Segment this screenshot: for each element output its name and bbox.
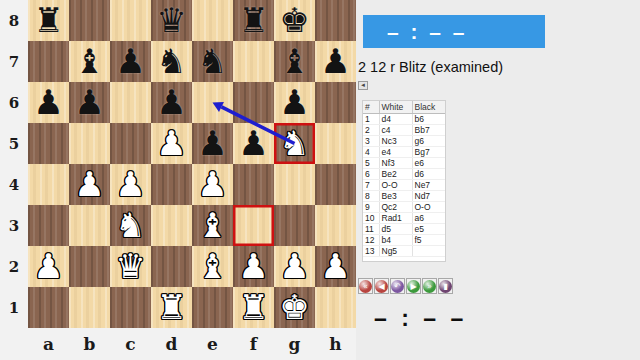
- move-number: 11: [363, 224, 379, 235]
- white-knight: ♞: [274, 123, 315, 164]
- rank-label-4: 4: [0, 164, 28, 205]
- square-h8[interactable]: [315, 0, 356, 41]
- move-cell[interactable]: O-O: [379, 180, 412, 191]
- square-b8[interactable]: [69, 0, 110, 41]
- move-row: 2c4Bb7: [363, 125, 445, 136]
- rank-label-3: 3: [0, 205, 28, 246]
- square-f6[interactable]: [233, 82, 274, 123]
- white-pawn: ♟: [69, 164, 110, 205]
- move-cell[interactable]: Nf3: [379, 158, 412, 169]
- square-c7[interactable]: ♟: [110, 41, 151, 82]
- move-cell[interactable]: Be2: [379, 169, 412, 180]
- move-cell[interactable]: Nc3: [379, 136, 412, 147]
- square-d4[interactable]: [151, 164, 192, 205]
- rank-label-8: 8: [0, 0, 28, 41]
- black-pawn: ♟: [28, 82, 69, 123]
- move-list-header: #WhiteBlack: [363, 101, 445, 114]
- square-g4[interactable]: [274, 164, 315, 205]
- square-a4[interactable]: [28, 164, 69, 205]
- move-row: 7O-ONe7: [363, 180, 445, 191]
- square-g6[interactable]: ♟: [274, 82, 315, 123]
- white-bishop: ♝: [192, 246, 233, 287]
- move-col-header: Black: [412, 101, 445, 114]
- move-cell[interactable]: c4: [379, 125, 412, 136]
- square-a8[interactable]: ♜: [28, 0, 69, 41]
- app-root: { "game": "chess", "position": { "fen": …: [0, 0, 640, 360]
- move-cell[interactable]: e6: [412, 158, 445, 169]
- square-h2[interactable]: ♟: [315, 246, 356, 287]
- move-row: 5Nf3e6: [363, 158, 445, 169]
- square-g2[interactable]: ♟: [274, 246, 315, 287]
- square-a2[interactable]: ♟: [28, 246, 69, 287]
- square-b7[interactable]: ♝: [69, 41, 110, 82]
- square-b4[interactable]: ♟: [69, 164, 110, 205]
- nav-back-button[interactable]: ◀: [374, 278, 389, 294]
- square-g7[interactable]: ♝: [274, 41, 315, 82]
- black-rook: ♜: [233, 0, 274, 41]
- move-col-header: #: [363, 101, 379, 114]
- square-b2[interactable]: [69, 246, 110, 287]
- move-cell[interactable]: Be3: [379, 191, 412, 202]
- move-cell[interactable]: Nd7: [412, 191, 445, 202]
- white-pawn: ♟: [274, 246, 315, 287]
- chess-board[interactable]: ♜♛♜♚♝♟♞♞♝♟♟♟♟♟♟♟♟♞♟♟♟♞♝♟♛♝♟♟♟♜♜♚: [28, 0, 356, 328]
- file-label-g: g: [274, 328, 315, 360]
- move-cell[interactable]: Ne7: [412, 180, 445, 191]
- black-bishop: ♝: [274, 41, 315, 82]
- move-row: 9Qc2O-O: [363, 202, 445, 213]
- square-h3[interactable]: [315, 205, 356, 246]
- square-a1[interactable]: [28, 287, 69, 328]
- square-b6[interactable]: ♟: [69, 82, 110, 123]
- move-number: 8: [363, 191, 379, 202]
- move-number: 12: [363, 235, 379, 246]
- square-g5[interactable]: ♞: [274, 123, 315, 164]
- square-d1[interactable]: ♜: [151, 287, 192, 328]
- square-e2[interactable]: ♝: [192, 246, 233, 287]
- black-knight: ♞: [151, 41, 192, 82]
- move-cell[interactable]: b4: [379, 235, 412, 246]
- side-panel: – : – – 2 12 r Blitz (examined) ◄ #White…: [356, 0, 640, 360]
- nav-back-icon: ◀: [375, 280, 388, 293]
- move-number: 2: [363, 125, 379, 136]
- square-f4[interactable]: [233, 164, 274, 205]
- square-e6[interactable]: [192, 82, 233, 123]
- black-rook: ♜: [28, 0, 69, 41]
- square-e1[interactable]: [192, 287, 233, 328]
- square-h7[interactable]: ♟: [315, 41, 356, 82]
- file-label-c: c: [110, 328, 151, 360]
- move-cell[interactable]: g6: [412, 136, 445, 147]
- nav-revert-icon: ↶: [391, 280, 404, 293]
- square-b1[interactable]: [69, 287, 110, 328]
- move-row: 12b4f5: [363, 235, 445, 246]
- black-pawn: ♟: [233, 123, 274, 164]
- square-e5[interactable]: ♟: [192, 123, 233, 164]
- square-a6[interactable]: ♟: [28, 82, 69, 123]
- square-f1[interactable]: ♜: [233, 287, 274, 328]
- black-king: ♚: [274, 0, 315, 41]
- move-cell[interactable]: b6: [412, 114, 445, 125]
- move-cell[interactable]: Qc2: [379, 202, 412, 213]
- square-d2[interactable]: [151, 246, 192, 287]
- file-label-e: e: [192, 328, 233, 360]
- white-pawn: ♟: [192, 164, 233, 205]
- square-e7[interactable]: ♞: [192, 41, 233, 82]
- rank-labels: 87654321: [0, 0, 28, 328]
- file-label-b: b: [69, 328, 110, 360]
- square-a3[interactable]: [28, 205, 69, 246]
- black-bishop: ♝: [69, 41, 110, 82]
- player-clock: – : – –: [374, 305, 464, 332]
- square-g8[interactable]: ♚: [274, 0, 315, 41]
- square-d8[interactable]: ♛: [151, 0, 192, 41]
- square-c4[interactable]: ♟: [110, 164, 151, 205]
- square-f5[interactable]: ♟: [233, 123, 274, 164]
- scroll-left-button[interactable]: ◄: [358, 81, 368, 90]
- square-c8[interactable]: [110, 0, 151, 41]
- game-info-label: 2 12 r Blitz (examined): [358, 59, 503, 75]
- file-label-f: f: [233, 328, 274, 360]
- white-pawn: ♟: [233, 246, 274, 287]
- square-c6[interactable]: [110, 82, 151, 123]
- move-cell[interactable]: f5: [412, 235, 445, 246]
- white-bishop: ♝: [192, 205, 233, 246]
- square-h5[interactable]: [315, 123, 356, 164]
- move-row: 11d5e5: [363, 224, 445, 235]
- move-cell[interactable]: Bb7: [412, 125, 445, 136]
- move-number: 10: [363, 213, 379, 224]
- move-row: 13Ng5: [363, 246, 445, 257]
- move-row: 1d4b6: [363, 114, 445, 125]
- nav-start-icon: «: [359, 280, 372, 293]
- nav-end-button[interactable]: »: [422, 278, 437, 294]
- square-a5[interactable]: [28, 123, 69, 164]
- square-g3[interactable]: [274, 205, 315, 246]
- file-label-d: d: [151, 328, 192, 360]
- file-labels-strip: abcdefgh: [0, 328, 356, 360]
- black-pawn: ♟: [274, 82, 315, 123]
- black-knight: ♞: [192, 41, 233, 82]
- square-f2[interactable]: ♟: [233, 246, 274, 287]
- rank-label-1: 1: [0, 287, 28, 328]
- nav-forward-button[interactable]: ▶: [406, 278, 421, 294]
- white-queen: ♛: [110, 246, 151, 287]
- move-cell[interactable]: e5: [412, 224, 445, 235]
- nav-commit-button[interactable]: ▮: [438, 278, 453, 294]
- move-col-header: White: [379, 101, 412, 114]
- square-d7[interactable]: ♞: [151, 41, 192, 82]
- white-knight: ♞: [110, 205, 151, 246]
- file-label-h: h: [315, 328, 356, 360]
- black-pawn: ♟: [315, 41, 356, 82]
- black-pawn: ♟: [192, 123, 233, 164]
- white-pawn: ♟: [315, 246, 356, 287]
- square-d5[interactable]: ♟: [151, 123, 192, 164]
- rank-label-5: 5: [0, 123, 28, 164]
- square-f7[interactable]: [233, 41, 274, 82]
- square-e3[interactable]: ♝: [192, 205, 233, 246]
- move-list[interactable]: #WhiteBlack 1d4b62c4Bb73Nc3g64e4Bg75Nf3e…: [362, 100, 446, 262]
- white-pawn: ♟: [151, 123, 192, 164]
- white-king: ♚: [274, 287, 315, 328]
- white-pawn: ♟: [110, 164, 151, 205]
- square-g1[interactable]: ♚: [274, 287, 315, 328]
- move-cell[interactable]: Rad1: [379, 213, 412, 224]
- move-number: 4: [363, 147, 379, 158]
- move-cell[interactable]: d6: [412, 169, 445, 180]
- square-e8[interactable]: [192, 0, 233, 41]
- move-row: 4e4Bg7: [363, 147, 445, 158]
- move-row: 6Be2d6: [363, 169, 445, 180]
- square-h1[interactable]: [315, 287, 356, 328]
- move-list-table: #WhiteBlack 1d4b62c4Bb73Nc3g64e4Bg75Nf3e…: [363, 101, 446, 257]
- move-cell[interactable]: e4: [379, 147, 412, 158]
- square-a7[interactable]: [28, 41, 69, 82]
- move-row: 3Nc3g6: [363, 136, 445, 147]
- square-e4[interactable]: ♟: [192, 164, 233, 205]
- square-c2[interactable]: ♛: [110, 246, 151, 287]
- white-rook: ♜: [233, 287, 274, 328]
- square-b5[interactable]: [69, 123, 110, 164]
- square-h6[interactable]: [315, 82, 356, 123]
- nav-revert-button[interactable]: ↶: [390, 278, 405, 294]
- nav-end-icon: »: [423, 280, 436, 293]
- move-number: 5: [363, 158, 379, 169]
- move-number: 6: [363, 169, 379, 180]
- move-cell[interactable]: Bg7: [412, 147, 445, 158]
- rank-label-7: 7: [0, 41, 28, 82]
- square-d6[interactable]: ♟: [151, 82, 192, 123]
- move-number: 3: [363, 136, 379, 147]
- square-f8[interactable]: ♜: [233, 0, 274, 41]
- navigation-buttons: «◀↶▶»▮: [358, 278, 453, 294]
- square-h4[interactable]: [315, 164, 356, 205]
- move-number: 7: [363, 180, 379, 191]
- move-number: 1: [363, 114, 379, 125]
- square-c5[interactable]: [110, 123, 151, 164]
- square-d3[interactable]: [151, 205, 192, 246]
- black-pawn: ♟: [110, 41, 151, 82]
- nav-commit-icon: ▮: [439, 280, 452, 293]
- nav-forward-icon: ▶: [407, 280, 420, 293]
- square-c3[interactable]: ♞: [110, 205, 151, 246]
- move-cell[interactable]: [412, 246, 445, 257]
- file-label-a: a: [28, 328, 69, 360]
- file-labels: abcdefgh: [28, 328, 356, 360]
- move-row: 10Rad1a6: [363, 213, 445, 224]
- nav-start-button[interactable]: «: [358, 278, 373, 294]
- move-cell[interactable]: O-O: [412, 202, 445, 213]
- move-number: 9: [363, 202, 379, 213]
- black-pawn: ♟: [151, 82, 192, 123]
- opponent-clock: – : – –: [363, 15, 545, 48]
- square-b3[interactable]: [69, 205, 110, 246]
- move-cell[interactable]: d5: [379, 224, 412, 235]
- move-cell[interactable]: Ng5: [379, 246, 412, 257]
- black-queen: ♛: [151, 0, 192, 41]
- black-pawn: ♟: [69, 82, 110, 123]
- move-cell[interactable]: d4: [379, 114, 412, 125]
- move-number: 13: [363, 246, 379, 257]
- square-c1[interactable]: [110, 287, 151, 328]
- white-pawn: ♟: [28, 246, 69, 287]
- move-row: 8Be3Nd7: [363, 191, 445, 202]
- move-cell[interactable]: a6: [412, 213, 445, 224]
- rank-label-2: 2: [0, 246, 28, 287]
- square-f3[interactable]: [233, 205, 274, 246]
- white-rook: ♜: [151, 287, 192, 328]
- rank-label-6: 6: [0, 82, 28, 123]
